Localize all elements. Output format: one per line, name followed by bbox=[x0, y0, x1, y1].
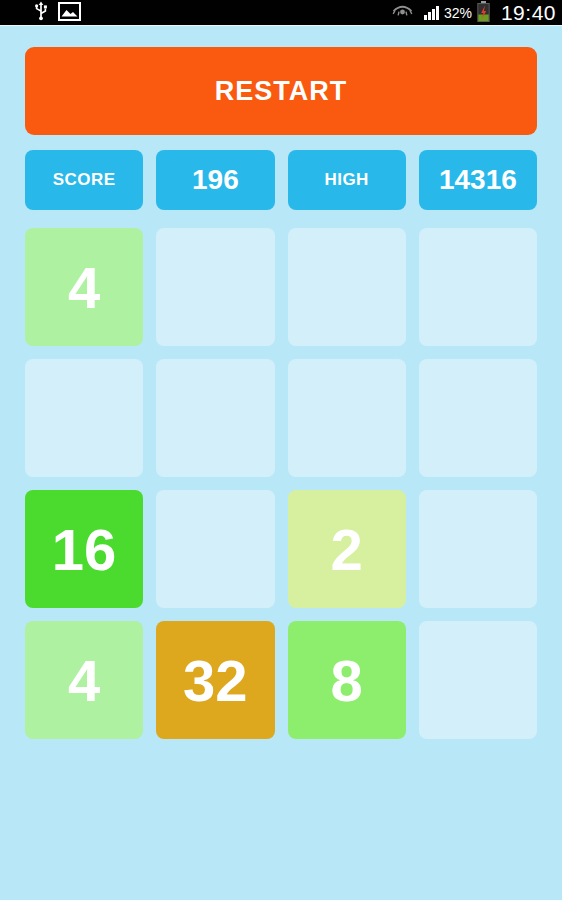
stats-row: SCORE 196 HIGH 14316 bbox=[25, 150, 537, 210]
status-bar-right: 32% 19:40 bbox=[390, 1, 556, 25]
tile-empty bbox=[419, 359, 537, 477]
tile-empty bbox=[419, 228, 537, 346]
game-screen: RESTART SCORE 196 HIGH 14316 41624328 bbox=[0, 47, 562, 739]
high-value-button[interactable]: 14316 bbox=[419, 150, 537, 210]
battery-percent: 32% bbox=[444, 5, 472, 21]
tile-2: 2 bbox=[288, 490, 406, 608]
tile-empty bbox=[25, 359, 143, 477]
tile-empty bbox=[419, 490, 537, 608]
tile-4: 4 bbox=[25, 621, 143, 739]
high-label-button[interactable]: HIGH bbox=[288, 150, 406, 210]
tile-4: 4 bbox=[25, 228, 143, 346]
tile-empty bbox=[288, 359, 406, 477]
status-bar-left bbox=[6, 1, 81, 24]
tile-empty bbox=[156, 490, 274, 608]
tile-16: 16 bbox=[25, 490, 143, 608]
tile-8: 8 bbox=[288, 621, 406, 739]
restart-button[interactable]: RESTART bbox=[25, 47, 537, 135]
signal-strength-icon bbox=[424, 5, 439, 20]
tile-empty bbox=[288, 228, 406, 346]
score-label-button[interactable]: SCORE bbox=[25, 150, 143, 210]
tile-empty bbox=[156, 228, 274, 346]
score-value-button[interactable]: 196 bbox=[156, 150, 274, 210]
tile-empty bbox=[156, 359, 274, 477]
clock: 19:40 bbox=[501, 1, 556, 25]
board[interactable]: 41624328 bbox=[25, 228, 537, 739]
gallery-icon bbox=[58, 2, 81, 24]
tile-32: 32 bbox=[156, 621, 274, 739]
status-bar: 32% 19:40 bbox=[0, 0, 562, 26]
tile-empty bbox=[419, 621, 537, 739]
smart-stay-eye-icon bbox=[390, 4, 415, 21]
usb-icon bbox=[34, 1, 48, 24]
battery-charging-icon bbox=[477, 1, 490, 25]
